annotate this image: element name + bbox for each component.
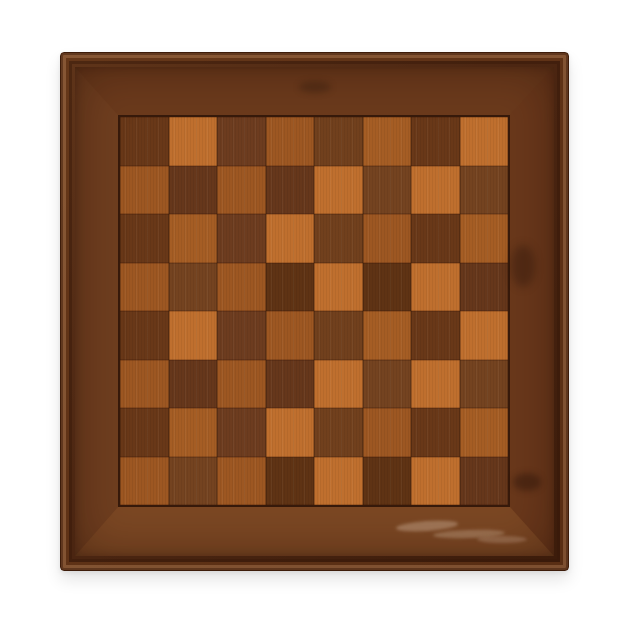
square-r6c8[interactable]	[460, 360, 509, 409]
square-r7c3[interactable]	[217, 408, 266, 457]
square-r2c1[interactable]	[120, 166, 169, 215]
square-r6c7[interactable]	[411, 360, 460, 409]
square-r1c5[interactable]	[314, 117, 363, 166]
square-r3c1[interactable]	[120, 214, 169, 263]
square-r4c4[interactable]	[266, 263, 315, 312]
square-r1c8[interactable]	[460, 117, 509, 166]
square-r4c7[interactable]	[411, 263, 460, 312]
square-r5c5[interactable]	[314, 311, 363, 360]
square-r1c4[interactable]	[266, 117, 315, 166]
square-r6c2[interactable]	[169, 360, 218, 409]
square-r4c3[interactable]	[217, 263, 266, 312]
square-r6c6[interactable]	[363, 360, 412, 409]
square-r7c8[interactable]	[460, 408, 509, 457]
square-r6c5[interactable]	[314, 360, 363, 409]
square-r5c1[interactable]	[120, 311, 169, 360]
square-r4c5[interactable]	[314, 263, 363, 312]
square-r7c5[interactable]	[314, 408, 363, 457]
square-r2c4[interactable]	[266, 166, 315, 215]
square-r8c5[interactable]	[314, 457, 363, 506]
board-frame-bevel	[75, 67, 554, 556]
square-r5c4[interactable]	[266, 311, 315, 360]
checkerboard	[60, 52, 569, 571]
square-r5c3[interactable]	[217, 311, 266, 360]
square-r7c1[interactable]	[120, 408, 169, 457]
square-r3c5[interactable]	[314, 214, 363, 263]
square-r8c1[interactable]	[120, 457, 169, 506]
square-r6c4[interactable]	[266, 360, 315, 409]
square-r8c4[interactable]	[266, 457, 315, 506]
square-r4c6[interactable]	[363, 263, 412, 312]
square-r7c2[interactable]	[169, 408, 218, 457]
square-r1c6[interactable]	[363, 117, 412, 166]
square-r8c6[interactable]	[363, 457, 412, 506]
square-r2c2[interactable]	[169, 166, 218, 215]
square-r3c7[interactable]	[411, 214, 460, 263]
square-r3c8[interactable]	[460, 214, 509, 263]
square-r4c1[interactable]	[120, 263, 169, 312]
square-r2c8[interactable]	[460, 166, 509, 215]
board-photo	[0, 0, 635, 635]
square-r8c2[interactable]	[169, 457, 218, 506]
square-r5c8[interactable]	[460, 311, 509, 360]
square-r7c6[interactable]	[363, 408, 412, 457]
square-r5c6[interactable]	[363, 311, 412, 360]
square-r7c4[interactable]	[266, 408, 315, 457]
board-field	[118, 115, 510, 507]
square-r4c2[interactable]	[169, 263, 218, 312]
square-r3c2[interactable]	[169, 214, 218, 263]
square-r2c6[interactable]	[363, 166, 412, 215]
square-r3c3[interactable]	[217, 214, 266, 263]
square-r2c5[interactable]	[314, 166, 363, 215]
square-r2c7[interactable]	[411, 166, 460, 215]
square-r1c3[interactable]	[217, 117, 266, 166]
square-r3c4[interactable]	[266, 214, 315, 263]
square-r2c3[interactable]	[217, 166, 266, 215]
square-r8c7[interactable]	[411, 457, 460, 506]
square-r6c3[interactable]	[217, 360, 266, 409]
square-r5c7[interactable]	[411, 311, 460, 360]
square-r8c3[interactable]	[217, 457, 266, 506]
square-r6c1[interactable]	[120, 360, 169, 409]
square-r5c2[interactable]	[169, 311, 218, 360]
square-r1c1[interactable]	[120, 117, 169, 166]
square-r8c8[interactable]	[460, 457, 509, 506]
square-r7c7[interactable]	[411, 408, 460, 457]
square-r1c2[interactable]	[169, 117, 218, 166]
square-r1c7[interactable]	[411, 117, 460, 166]
square-r4c8[interactable]	[460, 263, 509, 312]
square-r3c6[interactable]	[363, 214, 412, 263]
